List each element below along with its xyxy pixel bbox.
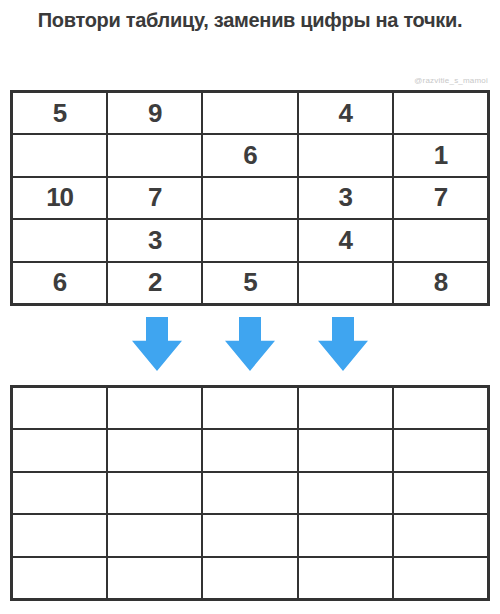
watermark-credit: @razvitie_s_mamoi — [10, 76, 490, 86]
source-cell-r5c1: 6 — [12, 262, 107, 304]
target-cell-r3c4 — [298, 472, 393, 514]
source-cell-r2c4 — [298, 134, 393, 176]
source-cell-r2c5: 1 — [393, 134, 488, 176]
target-cell-r5c4 — [298, 557, 393, 599]
target-cell-r5c3 — [202, 557, 297, 599]
target-cell-r3c5 — [393, 472, 488, 514]
source-cell-r4c5 — [393, 219, 488, 261]
worksheet-page: Повтори таблицу, заменив цифры на точки.… — [0, 0, 500, 601]
source-cell-r5c5: 8 — [393, 262, 488, 304]
worksheet-title: Повтори таблицу, заменив цифры на точки. — [10, 0, 490, 32]
source-cell-r3c3 — [202, 177, 297, 219]
down-arrow-icon — [318, 317, 368, 371]
source-cell-r5c2: 2 — [107, 262, 202, 304]
source-cell-r3c2: 7 — [107, 177, 202, 219]
target-cell-r4c5 — [393, 514, 488, 556]
source-cell-r3c4: 3 — [298, 177, 393, 219]
source-cell-r5c4 — [298, 262, 393, 304]
source-cell-r2c3: 6 — [202, 134, 297, 176]
source-cell-r4c1 — [12, 219, 107, 261]
source-cell-r2c1 — [12, 134, 107, 176]
target-cell-r1c5 — [393, 387, 488, 429]
target-cell-r2c3 — [202, 429, 297, 471]
source-cell-r4c4: 4 — [298, 219, 393, 261]
source-cell-r3c1: 10 — [12, 177, 107, 219]
target-cell-r2c5 — [393, 429, 488, 471]
down-arrow-icon — [225, 317, 275, 371]
target-cell-r5c2 — [107, 557, 202, 599]
target-cell-r1c4 — [298, 387, 393, 429]
source-cell-r2c2 — [107, 134, 202, 176]
source-cell-r1c5 — [393, 92, 488, 134]
target-cell-r2c2 — [107, 429, 202, 471]
target-cell-r3c1 — [12, 472, 107, 514]
target-cell-r4c1 — [12, 514, 107, 556]
target-table — [10, 385, 490, 601]
target-cell-r4c4 — [298, 514, 393, 556]
target-cell-r2c4 — [298, 429, 393, 471]
source-cell-r1c4: 4 — [298, 92, 393, 134]
target-cell-r3c2 — [107, 472, 202, 514]
arrows-row — [10, 317, 490, 371]
source-table: 5946110737346258 — [10, 90, 490, 306]
source-cell-r4c2: 3 — [107, 219, 202, 261]
target-cell-r3c3 — [202, 472, 297, 514]
target-cell-r1c3 — [202, 387, 297, 429]
target-cell-r1c2 — [107, 387, 202, 429]
target-cell-r1c1 — [12, 387, 107, 429]
source-cell-r1c1: 5 — [12, 92, 107, 134]
target-cell-r5c1 — [12, 557, 107, 599]
target-cell-r2c1 — [12, 429, 107, 471]
target-cell-r4c2 — [107, 514, 202, 556]
source-cell-r1c3 — [202, 92, 297, 134]
source-cell-r1c2: 9 — [107, 92, 202, 134]
source-cell-r5c3: 5 — [202, 262, 297, 304]
target-cell-r4c3 — [202, 514, 297, 556]
target-cell-r5c5 — [393, 557, 488, 599]
source-cell-r4c3 — [202, 219, 297, 261]
source-cell-r3c5: 7 — [393, 177, 488, 219]
down-arrow-icon — [132, 317, 182, 371]
